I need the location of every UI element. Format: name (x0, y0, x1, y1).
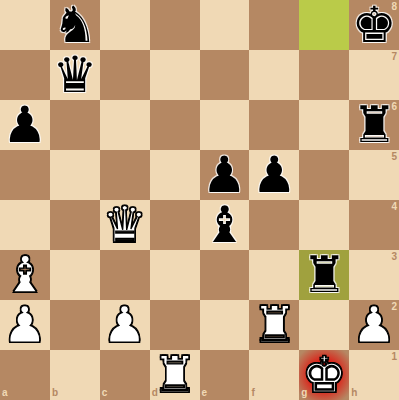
square-g4[interactable] (299, 200, 349, 250)
square-c2[interactable]: ♟ (100, 300, 150, 350)
square-d4[interactable] (150, 200, 200, 250)
square-h7[interactable]: 7 (349, 50, 399, 100)
square-g6[interactable] (299, 100, 349, 150)
square-e1[interactable]: e (200, 350, 250, 400)
square-a2[interactable]: ♟ (0, 300, 50, 350)
piece-black-knight[interactable]: ♞ (52, 0, 97, 50)
piece-black-pawn[interactable]: ♟ (252, 150, 297, 200)
square-a6[interactable]: ♟ (0, 100, 50, 150)
square-h6[interactable]: 6♜ (349, 100, 399, 150)
square-c3[interactable] (100, 250, 150, 300)
square-f4[interactable] (249, 200, 299, 250)
square-d6[interactable] (150, 100, 200, 150)
piece-white-queen[interactable]: ♛ (102, 200, 147, 250)
square-b2[interactable] (50, 300, 100, 350)
square-c8[interactable] (100, 0, 150, 50)
square-f1[interactable]: f (249, 350, 299, 400)
piece-black-bishop[interactable]: ♝ (202, 200, 247, 250)
square-c4[interactable]: ♛ (100, 200, 150, 250)
square-f2[interactable]: ♜ (249, 300, 299, 350)
piece-white-pawn[interactable]: ♟ (3, 300, 48, 350)
square-g8[interactable] (299, 0, 349, 50)
square-g1[interactable]: g♚ (299, 350, 349, 400)
rank-label-4: 4 (391, 202, 397, 212)
square-e3[interactable] (200, 250, 250, 300)
square-e7[interactable] (200, 50, 250, 100)
file-label-a: a (2, 388, 8, 398)
chess-board: ♞8♚♛7♟6♜♟♟5♛♝4♝♜3♟♟♜2♟abcd♜efg♚1h (0, 0, 399, 400)
square-f8[interactable] (249, 0, 299, 50)
square-b8[interactable]: ♞ (50, 0, 100, 50)
piece-black-rook[interactable]: ♜ (302, 250, 347, 300)
piece-black-queen[interactable]: ♛ (52, 50, 97, 100)
piece-white-rook[interactable]: ♜ (152, 350, 197, 400)
square-g7[interactable] (299, 50, 349, 100)
square-b3[interactable] (50, 250, 100, 300)
square-c1[interactable]: c (100, 350, 150, 400)
square-d2[interactable] (150, 300, 200, 350)
square-d8[interactable] (150, 0, 200, 50)
square-a4[interactable] (0, 200, 50, 250)
square-f3[interactable] (249, 250, 299, 300)
square-c7[interactable] (100, 50, 150, 100)
piece-white-pawn[interactable]: ♟ (102, 300, 147, 350)
square-h5[interactable]: 5 (349, 150, 399, 200)
square-d7[interactable] (150, 50, 200, 100)
square-c6[interactable] (100, 100, 150, 150)
square-e2[interactable] (200, 300, 250, 350)
square-a5[interactable] (0, 150, 50, 200)
file-label-e: e (202, 388, 208, 398)
square-h3[interactable]: 3 (349, 250, 399, 300)
square-e6[interactable] (200, 100, 250, 150)
square-e4[interactable]: ♝ (200, 200, 250, 250)
square-h8[interactable]: 8♚ (349, 0, 399, 50)
square-a7[interactable] (0, 50, 50, 100)
square-g2[interactable] (299, 300, 349, 350)
square-b6[interactable] (50, 100, 100, 150)
square-d1[interactable]: d♜ (150, 350, 200, 400)
square-g3[interactable]: ♜ (299, 250, 349, 300)
square-c5[interactable] (100, 150, 150, 200)
square-d5[interactable] (150, 150, 200, 200)
chess-board-wrap: ♞8♚♛7♟6♜♟♟5♛♝4♝♜3♟♟♜2♟abcd♜efg♚1h (0, 0, 399, 400)
file-label-c: c (102, 388, 108, 398)
square-b5[interactable] (50, 150, 100, 200)
square-d3[interactable] (150, 250, 200, 300)
square-a1[interactable]: a (0, 350, 50, 400)
square-f6[interactable] (249, 100, 299, 150)
piece-black-king[interactable]: ♚ (352, 0, 397, 50)
rank-label-3: 3 (391, 252, 397, 262)
square-a3[interactable]: ♝ (0, 250, 50, 300)
piece-black-rook[interactable]: ♜ (352, 100, 397, 150)
file-label-f: f (251, 388, 254, 398)
piece-black-pawn[interactable]: ♟ (202, 150, 247, 200)
square-b1[interactable]: b (50, 350, 100, 400)
square-h4[interactable]: 4 (349, 200, 399, 250)
piece-white-rook[interactable]: ♜ (252, 300, 297, 350)
square-e8[interactable] (200, 0, 250, 50)
file-label-b: b (52, 388, 58, 398)
square-a8[interactable] (0, 0, 50, 50)
square-b7[interactable]: ♛ (50, 50, 100, 100)
square-b4[interactable] (50, 200, 100, 250)
piece-black-pawn[interactable]: ♟ (3, 100, 48, 150)
piece-white-king[interactable]: ♚ (302, 350, 347, 400)
square-e5[interactable]: ♟ (200, 150, 250, 200)
square-h1[interactable]: 1h (349, 350, 399, 400)
square-f7[interactable] (249, 50, 299, 100)
square-h2[interactable]: 2♟ (349, 300, 399, 350)
piece-white-pawn[interactable]: ♟ (352, 300, 397, 350)
square-g5[interactable] (299, 150, 349, 200)
square-f5[interactable]: ♟ (249, 150, 299, 200)
file-label-h: h (351, 388, 357, 398)
piece-white-bishop[interactable]: ♝ (3, 250, 48, 300)
